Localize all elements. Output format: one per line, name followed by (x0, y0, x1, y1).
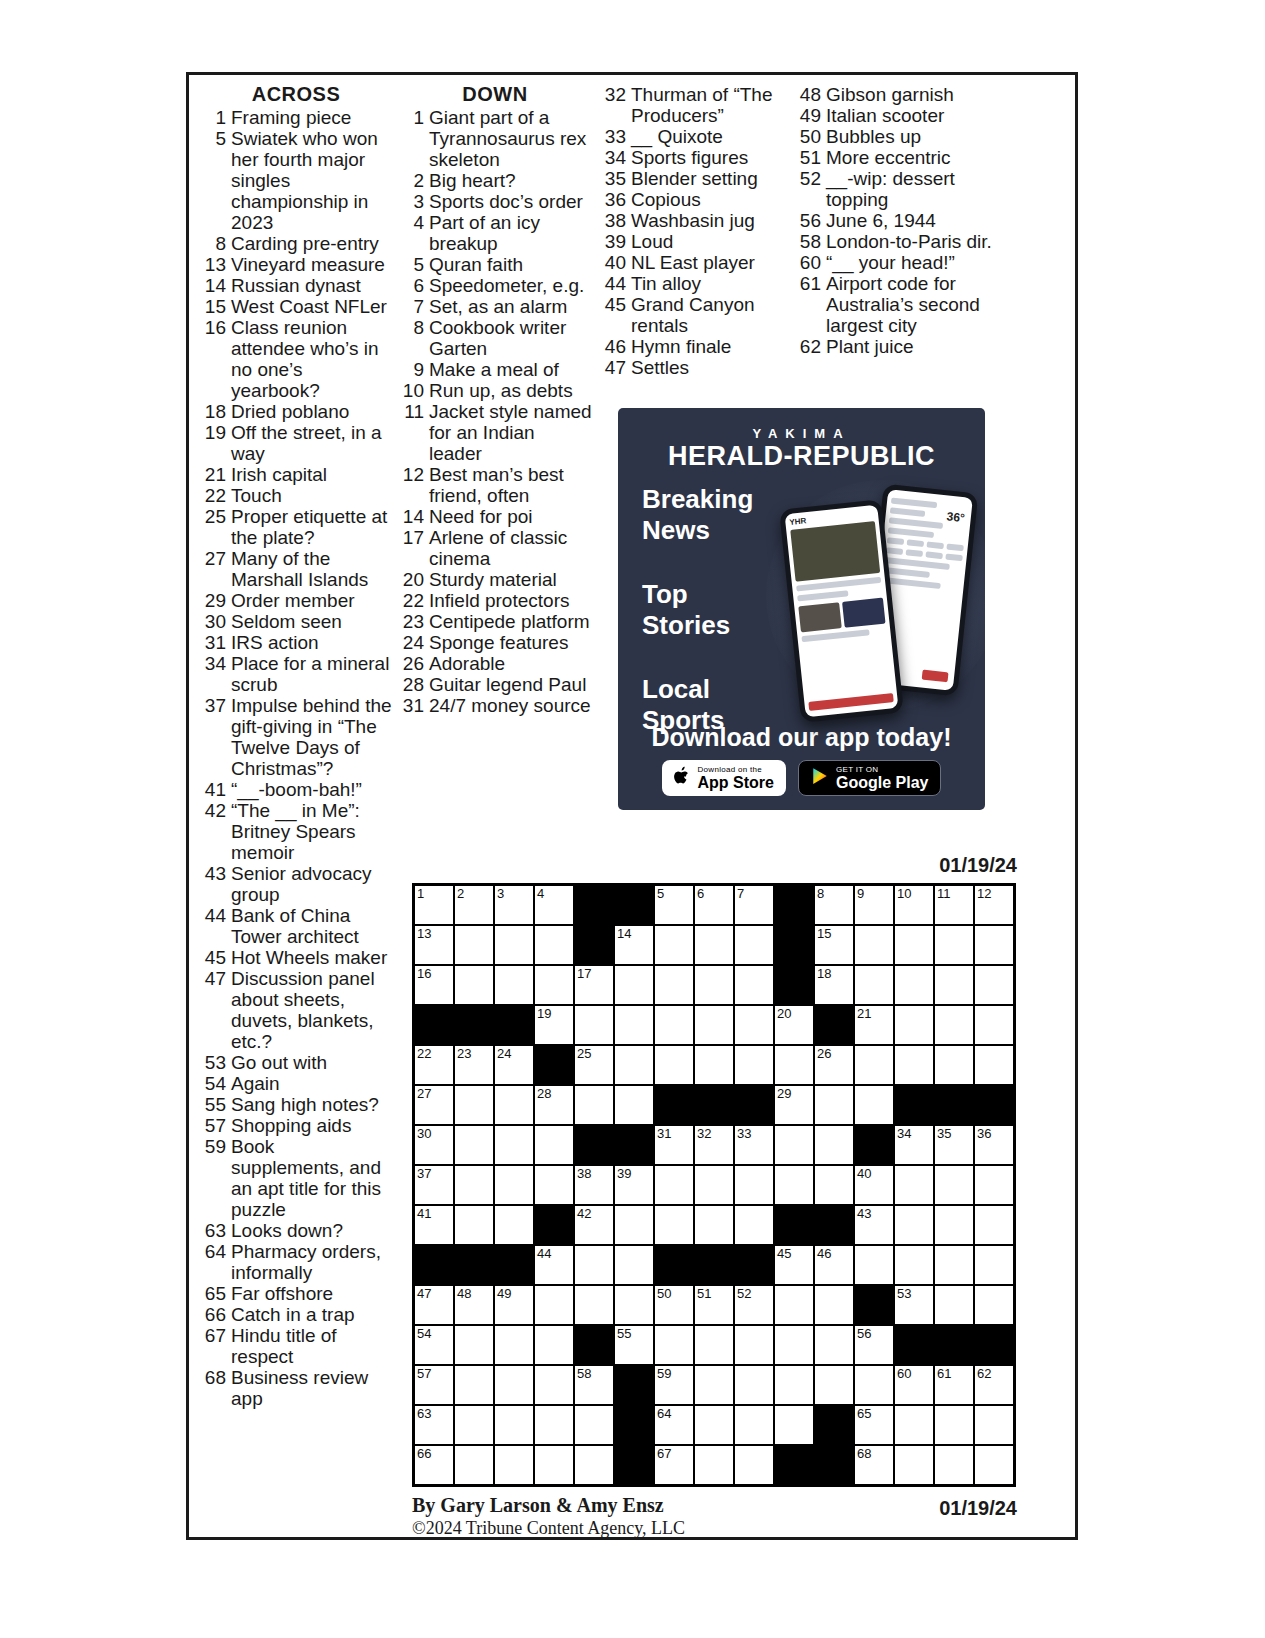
grid-cell-r13c8[interactable] (695, 1366, 733, 1404)
grid-cell-r13c4[interactable] (535, 1366, 573, 1404)
grid-cell-r12c12[interactable]: 56 (855, 1326, 893, 1364)
grid-cell-r12c10[interactable] (775, 1326, 813, 1364)
clue-text: NL East player (631, 252, 792, 273)
grid-cell-r5c11[interactable]: 26 (815, 1046, 853, 1084)
grid-cell-r14c8[interactable] (695, 1406, 733, 1444)
grid-cell-r2c8[interactable] (695, 926, 733, 964)
grid-cell-r5c7[interactable] (655, 1046, 693, 1084)
grid-cell-r15c4[interactable] (535, 1446, 573, 1484)
grid-cell-r12c4[interactable] (535, 1326, 573, 1364)
app-store-badge-big-text: App Store (698, 774, 774, 791)
grid-cell-r7c6 (615, 1126, 653, 1164)
grid-cell-r7c9[interactable]: 33 (735, 1126, 773, 1164)
clue-number: 18 (200, 401, 231, 422)
grid-cell-r14c15[interactable] (975, 1406, 1013, 1444)
grid-cell-r11c10[interactable] (775, 1286, 813, 1324)
cell-number: 19 (537, 1006, 551, 1021)
grid-cell-r11c11[interactable] (815, 1286, 853, 1324)
grid-cell-r13c15[interactable]: 62 (975, 1366, 1013, 1404)
clue-number: 20 (398, 569, 429, 590)
grid-cell-r8c1[interactable]: 37 (415, 1166, 453, 1204)
grid-cell-r1c1[interactable]: 1 (415, 886, 453, 924)
grid-cell-r15c2[interactable] (455, 1446, 493, 1484)
grid-cell-r2c2[interactable] (455, 926, 493, 964)
grid-cell-r3c15[interactable] (975, 966, 1013, 1004)
byline-copyright: ©2024 Tribune Content Agency, LLC (412, 1518, 685, 1539)
grid-cell-r9c3[interactable] (495, 1206, 533, 1244)
grid-cell-r13c2[interactable] (455, 1366, 493, 1404)
grid-cell-r12c7[interactable] (655, 1326, 693, 1364)
grid-cell-r1c8[interactable]: 6 (695, 886, 733, 924)
cell-number: 41 (417, 1206, 431, 1221)
clue-text: Blender setting (631, 168, 792, 189)
grid-cell-r4c9[interactable] (735, 1006, 773, 1044)
grid-cell-r8c6[interactable]: 39 (615, 1166, 653, 1204)
clue-item: 22Touch (200, 485, 392, 506)
grid-cell-r9c6[interactable] (615, 1206, 653, 1244)
grid-cell-r3c7[interactable] (655, 966, 693, 1004)
grid-cell-r2c12[interactable] (855, 926, 893, 964)
grid-cell-r1c9[interactable]: 7 (735, 886, 773, 924)
grid-cell-r7c11[interactable] (815, 1126, 853, 1164)
grid-cell-r4c6[interactable] (615, 1006, 653, 1044)
clue-number: 16 (200, 317, 231, 401)
grid-cell-r12c6[interactable]: 55 (615, 1326, 653, 1364)
grid-cell-r4c4[interactable]: 19 (535, 1006, 573, 1044)
grid-cell-r6c8 (695, 1086, 733, 1124)
grid-cell-r14c3[interactable] (495, 1406, 533, 1444)
grid-cell-r10c2 (455, 1246, 493, 1284)
clue-text: Guitar legend Paul (429, 674, 592, 695)
grid-cell-r6c5[interactable] (575, 1086, 613, 1124)
clue-text: Order member (231, 590, 392, 611)
grid-cell-r6c14 (935, 1086, 973, 1124)
grid-cell-r8c2[interactable] (455, 1166, 493, 1204)
cell-number: 60 (897, 1366, 911, 1381)
cell-number: 49 (497, 1286, 511, 1301)
grid-cell-r1c3[interactable]: 3 (495, 886, 533, 924)
clue-text: Sang high notes? (231, 1094, 392, 1115)
grid-cell-r11c15[interactable] (975, 1286, 1013, 1324)
grid-cell-r9c12[interactable]: 43 (855, 1206, 893, 1244)
grid-cell-r13c1[interactable]: 57 (415, 1366, 453, 1404)
newspaper-crossword-page: ACROSS 1Framing piece5Swiatek who won he… (0, 0, 1265, 1638)
clue-text: Off the street, in a way (231, 422, 392, 464)
grid-cell-r14c7[interactable]: 64 (655, 1406, 693, 1444)
clue-text: __ Quixote (631, 126, 792, 147)
grid-cell-r5c13[interactable] (895, 1046, 933, 1084)
cell-number: 23 (457, 1046, 471, 1061)
grid-cell-r10c13[interactable] (895, 1246, 933, 1284)
google-play-icon (811, 766, 829, 790)
grid-cell-r10c15[interactable] (975, 1246, 1013, 1284)
grid-cell-r4c14[interactable] (935, 1006, 973, 1044)
grid-cell-r2c14[interactable] (935, 926, 973, 964)
grid-cell-r10c12[interactable] (855, 1246, 893, 1284)
grid-cell-r13c5[interactable]: 58 (575, 1366, 613, 1404)
grid-cell-r5c3[interactable]: 24 (495, 1046, 533, 1084)
clue-text: __-wip: dessert topping (826, 168, 995, 210)
grid-cell-r9c15[interactable] (975, 1206, 1013, 1244)
grid-cell-r12c5 (575, 1326, 613, 1364)
clue-text: Settles (631, 357, 792, 378)
clue-number: 5 (200, 128, 231, 233)
grid-cell-r5c10[interactable] (775, 1046, 813, 1084)
cell-number: 52 (737, 1286, 751, 1301)
cell-number: 39 (617, 1166, 631, 1181)
grid-cell-r13c13[interactable]: 60 (895, 1366, 933, 1404)
cell-number: 47 (417, 1286, 431, 1301)
grid-cell-r9c4 (535, 1206, 573, 1244)
grid-cell-r11c14[interactable] (935, 1286, 973, 1324)
grid-cell-r11c7[interactable]: 50 (655, 1286, 693, 1324)
clue-text: Dried poblano (231, 401, 392, 422)
cell-number: 55 (617, 1326, 631, 1341)
grid-cell-r8c14[interactable] (935, 1166, 973, 1204)
grid-cell-r12c14 (935, 1326, 973, 1364)
grid-cell-r11c1[interactable]: 47 (415, 1286, 453, 1324)
grid-cell-r9c9[interactable] (735, 1206, 773, 1244)
clue-text: Bank of China Tower architect (231, 905, 392, 947)
clue-text: Seldom seen (231, 611, 392, 632)
grid-cell-r10c14[interactable] (935, 1246, 973, 1284)
clue-number: 3 (398, 191, 429, 212)
grid-cell-r4c5[interactable] (575, 1006, 613, 1044)
grid-cell-r6c4[interactable]: 28 (535, 1086, 573, 1124)
grid-cell-r11c13[interactable]: 53 (895, 1286, 933, 1324)
grid-cell-r11c2[interactable]: 48 (455, 1286, 493, 1324)
cell-number: 5 (657, 886, 664, 901)
grid-cell-r15c3[interactable] (495, 1446, 533, 1484)
grid-cell-r6c6[interactable] (615, 1086, 653, 1124)
grid-cell-r13c12[interactable] (855, 1366, 893, 1404)
clue-number: 6 (398, 275, 429, 296)
grid-cell-r1c14[interactable]: 11 (935, 886, 973, 924)
cell-number: 34 (897, 1126, 911, 1141)
clue-text: “__ your head!” (826, 252, 995, 273)
grid-cell-r13c9[interactable] (735, 1366, 773, 1404)
grid-cell-r5c6[interactable] (615, 1046, 653, 1084)
cell-number: 48 (457, 1286, 471, 1301)
grid-cell-r3c14[interactable] (935, 966, 973, 1004)
grid-cell-r14c13[interactable] (895, 1406, 933, 1444)
clue-text: Run up, as debts (429, 380, 592, 401)
clue-text: Framing piece (231, 107, 392, 128)
clue-text: Bubbles up (826, 126, 995, 147)
grid-cell-r6c12[interactable] (855, 1086, 893, 1124)
grid-cell-r8c3[interactable] (495, 1166, 533, 1204)
grid-cell-r15c13[interactable] (895, 1446, 933, 1484)
grid-cell-r8c12[interactable]: 40 (855, 1166, 893, 1204)
grid-cell-r1c7[interactable]: 5 (655, 886, 693, 924)
ad-kicker: YAKIMA (618, 426, 985, 441)
grid-cell-r8c7[interactable] (655, 1166, 693, 1204)
grid-cell-r9c5[interactable]: 42 (575, 1206, 613, 1244)
clue-item: 40NL East player (600, 252, 792, 273)
clue-item: 57Shopping aids (200, 1115, 392, 1136)
grid-cell-r13c3[interactable] (495, 1366, 533, 1404)
grid-cell-r15c12[interactable]: 68 (855, 1446, 893, 1484)
clue-text: London-to-Paris dir. (826, 231, 995, 252)
grid-cell-r5c12[interactable] (855, 1046, 893, 1084)
cell-number: 29 (777, 1086, 791, 1101)
grid-cell-r3c13[interactable] (895, 966, 933, 1004)
grid-cell-r5c8[interactable] (695, 1046, 733, 1084)
clue-number: 58 (795, 231, 826, 252)
grid-cell-r5c2[interactable]: 23 (455, 1046, 493, 1084)
grid-cell-r15c8[interactable] (695, 1446, 733, 1484)
grid-cell-r15c9[interactable] (735, 1446, 773, 1484)
clue-item: 34Place for a mineral scrub (200, 653, 392, 695)
grid-cell-r11c9[interactable]: 52 (735, 1286, 773, 1324)
grid-cell-r13c6 (615, 1366, 653, 1404)
grid-cell-r1c13[interactable]: 10 (895, 886, 933, 924)
grid-cell-r8c4[interactable] (535, 1166, 573, 1204)
grid-cell-r15c14[interactable] (935, 1446, 973, 1484)
grid-cell-r13c7[interactable]: 59 (655, 1366, 693, 1404)
grid-cell-r12c2[interactable] (455, 1326, 493, 1364)
grid-cell-r2c15[interactable] (975, 926, 1013, 964)
grid-cell-r10c11[interactable]: 46 (815, 1246, 853, 1284)
cell-number: 18 (817, 966, 831, 981)
grid-cell-r10c4[interactable]: 44 (535, 1246, 573, 1284)
grid-cell-r6c2[interactable] (455, 1086, 493, 1124)
cell-number: 50 (657, 1286, 671, 1301)
grid-cell-r14c2[interactable] (455, 1406, 493, 1444)
grid-cell-r6c11[interactable] (815, 1086, 853, 1124)
grid-cell-r3c4[interactable] (535, 966, 573, 1004)
clue-text: Airport code for Australia’s second larg… (826, 273, 995, 336)
cell-number: 11 (937, 886, 951, 901)
grid-cell-r12c13 (895, 1326, 933, 1364)
grid-cell-r3c8[interactable] (695, 966, 733, 1004)
clue-item: 39Loud (600, 231, 792, 252)
grid-cell-r3c5[interactable]: 17 (575, 966, 613, 1004)
grid-cell-r6c1[interactable]: 27 (415, 1086, 453, 1124)
grid-cell-r14c5[interactable] (575, 1406, 613, 1444)
grid-cell-r8c11[interactable] (815, 1166, 853, 1204)
grid-cell-r9c14[interactable] (935, 1206, 973, 1244)
herald-republic-app-ad: YAKIMA HERALD-REPUBLIC Breaking NewsTop … (618, 408, 985, 810)
grid-cell-r2c9[interactable] (735, 926, 773, 964)
grid-cell-r5c9[interactable] (735, 1046, 773, 1084)
grid-cell-r11c5[interactable] (575, 1286, 613, 1324)
grid-cell-r7c4[interactable] (535, 1126, 573, 1164)
clue-item: 55Sang high notes? (200, 1094, 392, 1115)
grid-cell-r11c8[interactable]: 51 (695, 1286, 733, 1324)
grid-cell-r11c4[interactable] (535, 1286, 573, 1324)
clue-number: 42 (200, 800, 231, 863)
grid-cell-r1c12[interactable]: 9 (855, 886, 893, 924)
clue-number: 54 (200, 1073, 231, 1094)
grid-cell-r5c1[interactable]: 22 (415, 1046, 453, 1084)
clue-item: 62Plant juice (795, 336, 995, 357)
grid-cell-r1c2[interactable]: 2 (455, 886, 493, 924)
grid-cell-r14c4[interactable] (535, 1406, 573, 1444)
grid-cell-r4c10[interactable]: 20 (775, 1006, 813, 1044)
grid-cell-r3c9[interactable] (735, 966, 773, 1004)
grid-cell-r6c10[interactable]: 29 (775, 1086, 813, 1124)
grid-cell-r8c9[interactable] (735, 1166, 773, 1204)
grid-cell-r2c13[interactable] (895, 926, 933, 964)
clue-number: 15 (200, 296, 231, 317)
clue-text: Big heart? (429, 170, 592, 191)
clue-number: 28 (398, 674, 429, 695)
clue-text: Plant juice (826, 336, 995, 357)
grid-cell-r3c3[interactable] (495, 966, 533, 1004)
clue-text: Italian scooter (826, 105, 995, 126)
grid-cell-r3c2[interactable] (455, 966, 493, 1004)
grid-cell-r2c1[interactable]: 13 (415, 926, 453, 964)
clue-text: Best man’s best friend, often (429, 464, 592, 506)
down-clue-column-3: 48Gibson garnish49Italian scooter50Bubbl… (795, 84, 995, 357)
grid-cell-r14c10[interactable] (775, 1406, 813, 1444)
clue-item: 9Make a meal of (398, 359, 592, 380)
grid-cell-r5c14[interactable] (935, 1046, 973, 1084)
clue-text: Hymn finale (631, 336, 792, 357)
grid-cell-r8c8[interactable] (695, 1166, 733, 1204)
clue-text: Vineyard measure (231, 254, 392, 275)
clue-number: 47 (600, 357, 631, 378)
clue-item: 26Adorable (398, 653, 592, 674)
grid-cell-r11c3[interactable]: 49 (495, 1286, 533, 1324)
grid-cell-r3c11[interactable]: 18 (815, 966, 853, 1004)
clue-number: 1 (200, 107, 231, 128)
grid-cell-r3c6[interactable] (615, 966, 653, 1004)
grid-cell-r14c11 (815, 1406, 853, 1444)
grid-cell-r7c13[interactable]: 34 (895, 1126, 933, 1164)
weather-temp: 36° (946, 509, 966, 525)
grid-cell-r15c1[interactable]: 66 (415, 1446, 453, 1484)
clue-text: Jacket style named for an Indian leader (429, 401, 592, 464)
clue-item: 14Russian dynast (200, 275, 392, 296)
clue-text: West Coast NFLer (231, 296, 392, 317)
grid-cell-r9c13[interactable] (895, 1206, 933, 1244)
grid-cell-r13c14[interactable]: 61 (935, 1366, 973, 1404)
grid-cell-r4c7[interactable] (655, 1006, 693, 1044)
grid-cell-r1c5 (575, 886, 613, 924)
grid-cell-r8c5[interactable]: 38 (575, 1166, 613, 1204)
clue-number: 66 (200, 1304, 231, 1325)
clue-text: Arlene of classic cinema (429, 527, 592, 569)
grid-cell-r2c7[interactable] (655, 926, 693, 964)
clue-text: Shopping aids (231, 1115, 392, 1136)
grid-cell-r9c1[interactable]: 41 (415, 1206, 453, 1244)
cell-number: 27 (417, 1086, 431, 1101)
grid-cell-r7c14[interactable]: 35 (935, 1126, 973, 1164)
grid-cell-r7c3[interactable] (495, 1126, 533, 1164)
cell-number: 16 (417, 966, 431, 981)
clue-text: Class reunion attendee who’s in no one’s… (231, 317, 392, 401)
grid-cell-r8c10[interactable] (775, 1166, 813, 1204)
clue-number: 5 (398, 254, 429, 275)
grid-cell-r9c8[interactable] (695, 1206, 733, 1244)
grid-cell-r5c4 (535, 1046, 573, 1084)
grid-cell-r10c5[interactable] (575, 1246, 613, 1284)
grid-cell-r4c12[interactable]: 21 (855, 1006, 893, 1044)
crossword-grid: 1234567891011121314151617181920212223242… (412, 883, 1016, 1487)
grid-cell-r3c1[interactable]: 16 (415, 966, 453, 1004)
grid-cell-r12c11[interactable] (815, 1326, 853, 1364)
grid-cell-r5c15[interactable] (975, 1046, 1013, 1084)
grid-cell-r14c9[interactable] (735, 1406, 773, 1444)
clue-text: Speedometer, e.g. (429, 275, 592, 296)
grid-cell-r7c10[interactable] (775, 1126, 813, 1164)
grid-cell-r14c12[interactable]: 65 (855, 1406, 893, 1444)
cell-number: 3 (497, 886, 504, 901)
clue-item: 36Copious (600, 189, 792, 210)
clue-item: 37Impulse behind the gift-giving in “The… (200, 695, 392, 779)
grid-cell-r3c10 (775, 966, 813, 1004)
grid-cell-r4c15[interactable] (975, 1006, 1013, 1044)
grid-cell-r15c5[interactable] (575, 1446, 613, 1484)
grid-cell-r1c15[interactable]: 12 (975, 886, 1013, 924)
clue-text: Thurman of “The Producers” (631, 84, 792, 126)
grid-cell-r1c4[interactable]: 4 (535, 886, 573, 924)
grid-cell-r1c11[interactable]: 8 (815, 886, 853, 924)
grid-cell-r11c6[interactable] (615, 1286, 653, 1324)
clue-number: 59 (200, 1136, 231, 1220)
cell-number: 28 (537, 1086, 551, 1101)
grid-cell-r5c5[interactable]: 25 (575, 1046, 613, 1084)
grid-cell-r2c3[interactable] (495, 926, 533, 964)
grid-cell-r1c6 (615, 886, 653, 924)
grid-cell-r9c7[interactable] (655, 1206, 693, 1244)
clue-number: 14 (200, 275, 231, 296)
grid-cell-r2c4[interactable] (535, 926, 573, 964)
cell-number: 46 (817, 1246, 831, 1261)
grid-cell-r12c1[interactable]: 54 (415, 1326, 453, 1364)
clue-item: 1Framing piece (200, 107, 392, 128)
grid-cell-r12c9[interactable] (735, 1326, 773, 1364)
grid-cell-r2c6[interactable]: 14 (615, 926, 653, 964)
grid-cell-r7c8[interactable]: 32 (695, 1126, 733, 1164)
grid-cell-r15c7[interactable]: 67 (655, 1446, 693, 1484)
grid-cell-r4c8[interactable] (695, 1006, 733, 1044)
grid-cell-r13c10[interactable] (775, 1366, 813, 1404)
grid-cell-r2c11[interactable]: 15 (815, 926, 853, 964)
grid-cell-r6c3[interactable] (495, 1086, 533, 1124)
grid-cell-r7c15[interactable]: 36 (975, 1126, 1013, 1164)
cell-number: 53 (897, 1286, 911, 1301)
cell-number: 26 (817, 1046, 831, 1061)
grid-cell-r14c1[interactable]: 63 (415, 1406, 453, 1444)
clue-item: 47Discussion panel about sheets, duvets,… (200, 968, 392, 1052)
clue-text: Loud (631, 231, 792, 252)
grid-cell-r9c2[interactable] (455, 1206, 493, 1244)
clue-text: Infield protectors (429, 590, 592, 611)
grid-cell-r12c3[interactable] (495, 1326, 533, 1364)
grid-cell-r13c11[interactable] (815, 1366, 853, 1404)
clue-item: 54Again (200, 1073, 392, 1094)
grid-cell-r4c13[interactable] (895, 1006, 933, 1044)
grid-cell-r10c10[interactable]: 45 (775, 1246, 813, 1284)
grid-cell-r3c12[interactable] (855, 966, 893, 1004)
grid-cell-r6c7 (655, 1086, 693, 1124)
grid-cell-r8c13[interactable] (895, 1166, 933, 1204)
grid-cell-r7c2[interactable] (455, 1126, 493, 1164)
grid-cell-r7c1[interactable]: 30 (415, 1126, 453, 1164)
grid-cell-r10c6[interactable] (615, 1246, 653, 1284)
clue-text: Discussion panel about sheets, duvets, b… (231, 968, 392, 1052)
grid-cell-r14c14[interactable] (935, 1406, 973, 1444)
grid-cell-r12c8[interactable] (695, 1326, 733, 1364)
grid-cell-r15c15[interactable] (975, 1446, 1013, 1484)
cell-number: 58 (577, 1366, 591, 1381)
grid-cell-r8c15[interactable] (975, 1166, 1013, 1204)
grid-cell-r7c7[interactable]: 31 (655, 1126, 693, 1164)
cell-number: 6 (697, 886, 704, 901)
